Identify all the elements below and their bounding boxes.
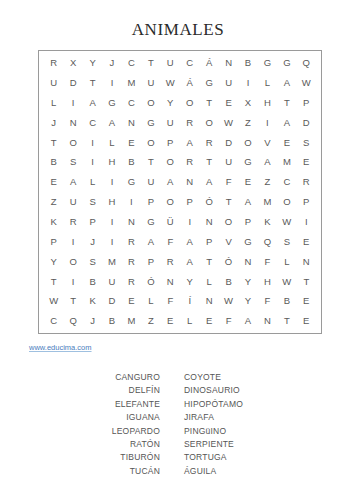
grid-cell-r14c13: T [277,311,296,331]
word-list-item: RATÓN [80,438,160,451]
grid-cell-r3c4: G [102,93,121,113]
grid-cell-r11c7: R [161,252,180,272]
grid-cell-r14c3: J [83,311,102,331]
grid-cell-r5c13: E [277,132,296,152]
grid-cell-r3c13: T [277,93,296,113]
grid-cell-r5c1: T [44,132,63,152]
grid-cell-r8c6: P [141,192,160,212]
grid-cell-r14c9: E [199,311,218,331]
grid-cell-r9c3: P [83,212,102,232]
grid-cell-r4c7: U [161,113,180,133]
grid-cell-r12c10: B [219,271,238,291]
source-url-link[interactable]: www.educima.com [29,343,92,352]
grid-cell-r11c2: O [63,252,82,272]
word-search-grid: RXYJCTUCÁNBGGQUDTIMUWÁGUILAWLIAGCOYOTEXH… [38,50,322,334]
grid-cell-r14c8: L [180,311,199,331]
grid-cell-r13c5: E [122,291,141,311]
grid-cell-r12c4: U [102,271,121,291]
grid-cell-r8c5: I [122,192,141,212]
grid-cell-r5c9: R [199,132,218,152]
grid-cell-r13c14: E [297,291,316,311]
grid-cell-r10c12: Q [258,232,277,252]
grid-cell-r8c13: O [277,192,296,212]
grid-cell-r4c13: A [277,113,296,133]
grid-cell-r11c6: P [141,252,160,272]
grid-cell-r9c1: K [44,212,63,232]
grid-cell-r8c9: Ó [199,192,218,212]
grid-cell-r11c10: Ó [219,252,238,272]
word-list: CANGURODELFÍNELEFANTEIGUANALEOPARDORATÓN… [0,371,356,478]
grid-cell-r6c6: T [141,152,160,172]
grid-cell-r11c14: N [297,252,316,272]
grid-cell-r7c11: E [238,172,257,192]
grid-cell-r5c5: E [122,132,141,152]
grid-cell-r4c9: O [199,113,218,133]
grid-cell-r3c11: X [238,93,257,113]
grid-cell-r13c8: Í [180,291,199,311]
puzzle-title: ANIMALES [0,20,356,40]
grid-cell-r9c12: K [258,212,277,232]
grid-cell-r9c13: W [277,212,296,232]
grid-cell-r14c10: F [219,311,238,331]
grid-cell-r5c10: D [219,132,238,152]
grid-cell-r3c8: O [180,93,199,113]
grid-cell-r11c4: M [102,252,121,272]
grid-cell-r3c5: C [122,93,141,113]
grid-cell-r2c2: D [63,73,82,93]
grid-cell-r10c1: P [44,232,63,252]
grid-cell-r14c14: E [297,311,316,331]
grid-cell-r7c2: A [63,172,82,192]
grid-cell-r12c13: W [277,271,296,291]
grid-cell-r12c12: H [258,271,277,291]
grid-cell-r13c7: F [161,291,180,311]
grid-cell-r12c3: B [83,271,102,291]
grid-cell-r13c9: N [199,291,218,311]
grid-cell-r6c8: R [180,152,199,172]
word-list-item: TIBURÓN [80,451,160,464]
grid-cell-r13c3: K [83,291,102,311]
grid-cell-r9c9: N [199,212,218,232]
grid-cell-r4c2: N [63,113,82,133]
grid-cell-r3c3: A [83,93,102,113]
grid-cell-r8c2: U [63,192,82,212]
grid-cell-r13c2: T [63,291,82,311]
grid-cell-r10c2: I [63,232,82,252]
grid-cell-r10c9: P [199,232,218,252]
grid-cell-r5c8: A [180,132,199,152]
grid-cell-r3c7: Y [161,93,180,113]
grid-cell-r1c9: Á [199,53,218,73]
grid-cell-r9c10: O [219,212,238,232]
word-list-item: JIRAFA [184,411,276,424]
grid-cell-r13c10: W [219,291,238,311]
grid-cell-r13c6: L [141,291,160,311]
grid-cell-r3c1: L [44,93,63,113]
grid-cell-r5c11: O [238,132,257,152]
grid-cell-r2c11: I [238,73,257,93]
grid-cell-r8c8: P [180,192,199,212]
word-list-item: LEOPARDO [80,425,160,438]
grid-cell-r5c14: S [297,132,316,152]
word-list-item: ÁGUILA [184,465,276,478]
grid-cell-r2c1: U [44,73,63,93]
grid-cell-r9c11: P [238,212,257,232]
grid-cell-r2c14: W [297,73,316,93]
grid-cell-r9c7: Ü [161,212,180,232]
word-list-item: PINGüINO [184,425,276,438]
grid-cell-r14c11: A [238,311,257,331]
grid-cell-r7c9: A [199,172,218,192]
grid-cell-r14c2: Q [63,311,82,331]
grid-cell-r6c13: M [277,152,296,172]
grid-cell-r10c4: I [102,232,121,252]
grid-cell-r11c8: A [180,252,199,272]
grid-cell-r1c11: B [238,53,257,73]
word-list-item: TORTUGA [184,451,276,464]
word-search-page: { "game": "word-search", "title": "ANIMA… [0,0,356,480]
grid-cell-r6c4: H [102,152,121,172]
grid-cell-r10c14: E [297,232,316,252]
grid-cell-r3c14: P [297,93,316,113]
grid-cell-r7c10: F [219,172,238,192]
grid-cell-r5c2: O [63,132,82,152]
grid-cell-r9c8: I [180,212,199,232]
grid-cell-r11c1: Y [44,252,63,272]
grid-cell-r14c6: Z [141,311,160,331]
grid-cell-r10c7: F [161,232,180,252]
grid-cell-r7c3: L [83,172,102,192]
grid-cell-r2c8: Á [180,73,199,93]
grid-cell-r11c12: F [258,252,277,272]
grid-cell-r14c4: B [102,311,121,331]
grid-cell-r8c14: P [297,192,316,212]
grid-cell-r7c6: U [141,172,160,192]
grid-cell-r4c12: I [258,113,277,133]
grid-cell-r1c5: C [122,53,141,73]
grid-cell-r8c7: O [161,192,180,212]
grid-cell-r9c4: I [102,212,121,232]
grid-cell-r3c9: T [199,93,218,113]
word-list-item: DINOSAURIO [184,384,276,397]
grid-cell-r12c14: T [297,271,316,291]
grid-cell-r4c6: G [141,113,160,133]
grid-cell-r12c7: N [161,271,180,291]
grid-cell-r3c10: E [219,93,238,113]
word-list-item: DELFÍN [80,384,160,397]
grid-cell-r1c2: X [63,53,82,73]
grid-cell-r2c6: U [141,73,160,93]
grid-cell-r6c5: B [122,152,141,172]
grid-cell-r3c12: H [258,93,277,113]
grid-cell-r6c7: O [161,152,180,172]
grid-cell-r8c12: M [258,192,277,212]
grid-cell-r9c2: R [63,212,82,232]
grid-cell-r4c10: W [219,113,238,133]
grid-cell-r12c11: Y [238,271,257,291]
grid-cell-r2c12: L [258,73,277,93]
grid-cell-r13c12: F [258,291,277,311]
grid-cell-r6c3: I [83,152,102,172]
grid-cell-r14c5: M [122,311,141,331]
grid-cell-r5c3: I [83,132,102,152]
grid-cell-r2c7: W [161,73,180,93]
grid-cell-r13c1: W [44,291,63,311]
grid-cell-r4c4: A [102,113,121,133]
grid-cell-r6c14: E [297,152,316,172]
grid-cell-r8c10: T [219,192,238,212]
word-list-item: COYOTE [184,371,276,384]
word-list-item: HIPOPÓTAMO [184,398,276,411]
grid-cell-r4c8: R [180,113,199,133]
grid-cell-r6c9: T [199,152,218,172]
grid-cell-r6c10: U [219,152,238,172]
grid-cell-r4c14: D [297,113,316,133]
grid-cell-r7c5: G [122,172,141,192]
grid-cell-r6c11: G [238,152,257,172]
grid-cell-r8c1: Z [44,192,63,212]
grid-cell-r2c3: T [83,73,102,93]
grid-cell-r1c13: G [277,53,296,73]
grid-cell-r8c3: S [83,192,102,212]
grid-cell-r2c13: A [277,73,296,93]
grid-cell-r10c11: G [238,232,257,252]
grid-cell-r9c14: I [297,212,316,232]
grid-cell-r7c14: R [297,172,316,192]
grid-cell-r5c4: L [102,132,121,152]
grid-cell-r7c8: N [180,172,199,192]
grid-cell-r11c11: N [238,252,257,272]
grid-cell-r1c12: G [258,53,277,73]
grid-cell-r8c11: A [238,192,257,212]
grid-cell-r6c1: B [44,152,63,172]
grid-cell-r4c5: N [122,113,141,133]
grid-cell-r3c6: O [141,93,160,113]
grid-cell-r13c4: D [102,291,121,311]
grid-cell-r1c8: C [180,53,199,73]
grid-cell-r4c11: Z [238,113,257,133]
grid-cell-r4c3: C [83,113,102,133]
grid-cell-r1c7: U [161,53,180,73]
grid-cell-r12c2: I [63,271,82,291]
grid-cell-r5c6: O [141,132,160,152]
grid-cell-r7c1: E [44,172,63,192]
grid-cell-r11c9: T [199,252,218,272]
grid-cell-r10c5: R [122,232,141,252]
grid-cell-r12c5: R [122,271,141,291]
grid-cell-r2c10: U [219,73,238,93]
grid-cell-r12c9: L [199,271,218,291]
grid-cell-r1c14: Q [297,53,316,73]
grid-cell-r14c1: C [44,311,63,331]
word-list-column-right: COYOTEDINOSAURIOHIPOPÓTAMOJIRAFAPINGüINO… [184,371,276,478]
grid-cell-r7c4: I [102,172,121,192]
grid-cell-r1c3: Y [83,53,102,73]
grid-cell-r2c5: M [122,73,141,93]
grid-cell-r10c10: V [219,232,238,252]
grid-cell-r1c1: R [44,53,63,73]
grid-cell-r5c12: V [258,132,277,152]
grid-cell-r6c12: A [258,152,277,172]
grid-cell-r2c4: I [102,73,121,93]
grid-cell-r14c12: N [258,311,277,331]
word-list-item: TUCÁN [80,465,160,478]
grid-cell-r10c3: J [83,232,102,252]
grid-cell-r12c1: T [44,271,63,291]
grid-cell-r10c13: S [277,232,296,252]
grid-cell-r11c5: R [122,252,141,272]
word-list-item: SERPIENTE [184,438,276,451]
grid-cell-r11c13: L [277,252,296,272]
word-list-column-left: CANGURODELFÍNELEFANTEIGUANALEOPARDORATÓN… [80,371,160,478]
grid-cell-r7c7: A [161,172,180,192]
grid-cell-r7c12: Z [258,172,277,192]
grid-cell-r13c11: Y [238,291,257,311]
grid-cell-r6c2: S [63,152,82,172]
grid-cell-r9c6: G [141,212,160,232]
grid-cell-r9c5: N [122,212,141,232]
grid-cell-r8c4: H [102,192,121,212]
grid-cell-r2c9: G [199,73,218,93]
word-list-item: IGUANA [80,411,160,424]
grid-cell-r7c13: C [277,172,296,192]
grid-cell-r1c6: T [141,53,160,73]
grid-cell-r14c7: E [161,311,180,331]
grid-cell-r1c4: J [102,53,121,73]
grid-cell-r5c7: P [161,132,180,152]
grid-cell-r12c6: Ó [141,271,160,291]
grid-cell-r10c8: A [180,232,199,252]
grid-cell-r12c8: Y [180,271,199,291]
grid-cell-r3c2: I [63,93,82,113]
grid-cell-r10c6: A [141,232,160,252]
grid-cell-r4c1: J [44,113,63,133]
grid-cell-r11c3: S [83,252,102,272]
grid-cell-r1c10: N [219,53,238,73]
word-list-item: ELEFANTE [80,398,160,411]
word-list-item: CANGURO [80,371,160,384]
grid-cell-r13c13: B [277,291,296,311]
